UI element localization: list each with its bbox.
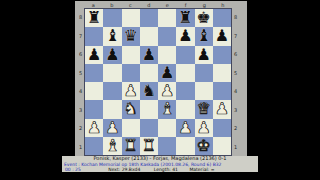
piece-bP-a6: ♟	[87, 45, 101, 63]
square-d6: ♟	[140, 46, 158, 64]
rank-label-6: 6	[232, 45, 239, 64]
piece-bP-b6: ♟	[105, 45, 119, 63]
square-c5	[122, 64, 140, 82]
chess-board: ♜♜♚♝♛♟♝♟♟♟♟♟♟♟♞♟♞♝♛♟♟♟♟♟♝♜♜♚	[84, 8, 232, 156]
square-b7: ♝	[103, 27, 121, 45]
square-f6	[176, 46, 194, 64]
square-d8	[140, 9, 158, 27]
square-a1	[85, 137, 103, 155]
square-a7	[85, 27, 103, 45]
square-e4: ♟	[158, 82, 176, 100]
status-line: 00 : 25 Next: 29.Bxd4 Length: 41 Materia…	[62, 167, 258, 172]
rank-label-5: 5	[77, 64, 84, 83]
piece-wP-c4: ♟	[123, 82, 137, 100]
piece-wB-b1: ♝	[105, 136, 119, 154]
square-h4	[213, 82, 231, 100]
square-c3: ♞	[122, 100, 140, 118]
square-g2: ♟	[195, 119, 213, 137]
rank-label-5: 5	[232, 64, 239, 83]
square-h7: ♟	[213, 27, 231, 45]
piece-bQ-c7: ♛	[123, 27, 137, 45]
square-g1: ♚	[195, 137, 213, 155]
game-length: Length: 41	[154, 167, 178, 172]
square-b6: ♟	[103, 46, 121, 64]
square-h8	[213, 9, 231, 27]
piece-wK-g1: ♚	[196, 136, 210, 154]
piece-bB-g7: ♝	[196, 27, 210, 45]
square-d2	[140, 119, 158, 137]
piece-wP-h3: ♟	[215, 100, 229, 118]
piece-wR-c1: ♜	[123, 136, 137, 154]
square-c8	[122, 9, 140, 27]
rank-label-1: 1	[232, 138, 239, 157]
rank-label-8: 8	[77, 8, 84, 27]
square-h3: ♟	[213, 100, 231, 118]
piece-wN-c3: ♞	[123, 100, 137, 118]
rank-label-1: 1	[77, 138, 84, 157]
piece-bB-b7: ♝	[105, 27, 119, 45]
square-h2	[213, 119, 231, 137]
square-a8: ♜	[85, 9, 103, 27]
square-h1	[213, 137, 231, 155]
square-e2	[158, 119, 176, 137]
square-e8	[158, 9, 176, 27]
square-b1: ♝	[103, 137, 121, 155]
rank-labels-right: 87654321	[232, 8, 239, 156]
square-d7	[140, 27, 158, 45]
rank-label-4: 4	[77, 82, 84, 101]
square-b3	[103, 100, 121, 118]
square-g8: ♚	[195, 9, 213, 27]
square-c2	[122, 119, 140, 137]
piece-bN-d4: ♞	[142, 82, 156, 100]
square-h5	[213, 64, 231, 82]
square-f1	[176, 137, 194, 155]
square-b8	[103, 9, 121, 27]
square-a4	[85, 82, 103, 100]
rank-label-3: 3	[232, 101, 239, 120]
square-d4: ♞	[140, 82, 158, 100]
piece-bP-h7: ♟	[215, 27, 229, 45]
piece-bP-d6: ♟	[142, 45, 156, 63]
square-g3: ♛	[195, 100, 213, 118]
square-a5	[85, 64, 103, 82]
piece-wQ-g3: ♛	[196, 100, 210, 118]
rank-label-4: 4	[232, 82, 239, 101]
square-b2: ♟	[103, 119, 121, 137]
square-f8: ♜	[176, 9, 194, 27]
square-g6: ♟	[195, 46, 213, 64]
material-balance: Material: =	[189, 167, 214, 172]
square-f2: ♟	[176, 119, 194, 137]
piece-bR-f8: ♜	[178, 9, 192, 27]
piece-wP-b2: ♟	[105, 118, 119, 136]
square-h6	[213, 46, 231, 64]
rank-label-2: 2	[77, 119, 84, 138]
square-a2: ♟	[85, 119, 103, 137]
square-f4	[176, 82, 194, 100]
rank-label-8: 8	[232, 8, 239, 27]
square-a3	[85, 100, 103, 118]
square-e6	[158, 46, 176, 64]
square-g7: ♝	[195, 27, 213, 45]
square-f5	[176, 64, 194, 82]
rank-label-6: 6	[77, 45, 84, 64]
square-c1: ♜	[122, 137, 140, 155]
piece-bP-g6: ♟	[196, 45, 210, 63]
square-e1	[158, 137, 176, 155]
square-d5	[140, 64, 158, 82]
piece-wP-a2: ♟	[87, 118, 101, 136]
square-f7: ♟	[176, 27, 194, 45]
caption-bar: Ponisk, Kasper (2133) - Forjas, Magdalen…	[62, 156, 258, 172]
piece-bK-g8: ♚	[196, 9, 210, 27]
piece-wP-g2: ♟	[196, 118, 210, 136]
rank-labels-left: 87654321	[77, 8, 84, 156]
clock-time: 00 : 25	[65, 167, 81, 172]
square-c4: ♟	[122, 82, 140, 100]
rank-label-7: 7	[232, 27, 239, 46]
square-f3	[176, 100, 194, 118]
piece-wP-e4: ♟	[160, 82, 174, 100]
rank-label-3: 3	[77, 101, 84, 120]
square-a6: ♟	[85, 46, 103, 64]
piece-bP-e5: ♟	[160, 63, 174, 81]
square-e5: ♟	[158, 64, 176, 82]
square-d3	[140, 100, 158, 118]
rank-label-2: 2	[232, 119, 239, 138]
square-g5	[195, 64, 213, 82]
square-g4	[195, 82, 213, 100]
square-e3: ♝	[158, 100, 176, 118]
square-b5	[103, 64, 121, 82]
piece-wP-f2: ♟	[178, 118, 192, 136]
piece-bP-f7: ♟	[178, 27, 192, 45]
next-move: Next: 29.Bxd4	[108, 167, 140, 172]
square-b4	[103, 82, 121, 100]
rank-label-7: 7	[77, 27, 84, 46]
piece-bR-a8: ♜	[87, 9, 101, 27]
square-d1: ♜	[140, 137, 158, 155]
square-e7	[158, 27, 176, 45]
piece-wR-d1: ♜	[142, 136, 156, 154]
square-c6	[122, 46, 140, 64]
piece-wB-e3: ♝	[160, 100, 174, 118]
square-c7: ♛	[122, 27, 140, 45]
